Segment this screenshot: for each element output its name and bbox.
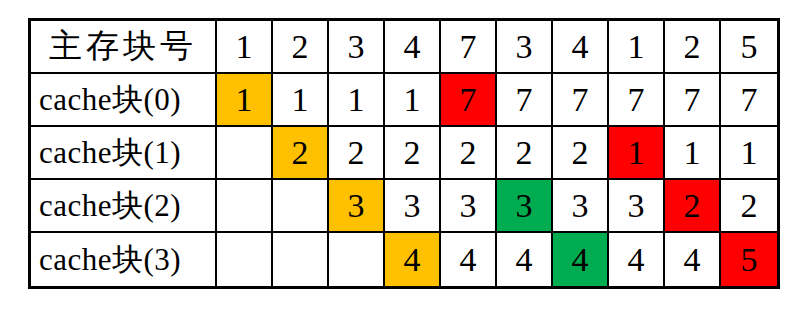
cell-r1c2: 2 bbox=[329, 127, 385, 180]
header-label: 主存块号 bbox=[31, 21, 217, 74]
cell-r0c9: 7 bbox=[721, 74, 777, 127]
row-label-cache-2: cache块(2) bbox=[31, 180, 217, 233]
cell-r3c9: 5 bbox=[721, 233, 777, 286]
cell-r2c1 bbox=[273, 180, 329, 233]
cell-r0c0: 1 bbox=[217, 74, 273, 127]
cell-r2c7: 3 bbox=[609, 180, 665, 233]
cell-r1c3: 2 bbox=[385, 127, 441, 180]
cell-r0c7: 7 bbox=[609, 74, 665, 127]
cell-r0c4: 7 bbox=[441, 74, 497, 127]
cell-r1c6: 2 bbox=[553, 127, 609, 180]
cell-r2c8: 2 bbox=[665, 180, 721, 233]
cell-r2c2: 3 bbox=[329, 180, 385, 233]
cell-r0c3: 1 bbox=[385, 74, 441, 127]
cell-r2c6: 3 bbox=[553, 180, 609, 233]
cell-r2c4: 3 bbox=[441, 180, 497, 233]
cell-r2c9: 2 bbox=[721, 180, 777, 233]
header-cell-8: 1 bbox=[609, 21, 665, 74]
cell-r3c6: 4 bbox=[553, 233, 609, 286]
cell-r3c7: 4 bbox=[609, 233, 665, 286]
header-cell-9: 2 bbox=[665, 21, 721, 74]
header-cell-3: 3 bbox=[329, 21, 385, 74]
cell-r3c3: 4 bbox=[385, 233, 441, 286]
cell-r1c7: 1 bbox=[609, 127, 665, 180]
cell-r1c9: 1 bbox=[721, 127, 777, 180]
header-cell-2: 2 bbox=[273, 21, 329, 74]
header-cell-1: 1 bbox=[217, 21, 273, 74]
header-cell-7: 4 bbox=[553, 21, 609, 74]
cache-table: 主存块号1234734125cache块(0)1111777777cache块(… bbox=[28, 18, 780, 289]
cell-r1c4: 2 bbox=[441, 127, 497, 180]
header-cell-6: 3 bbox=[497, 21, 553, 74]
cell-r3c4: 4 bbox=[441, 233, 497, 286]
row-label-cache-3: cache块(3) bbox=[31, 233, 217, 286]
cell-r3c8: 4 bbox=[665, 233, 721, 286]
row-label-cache-0: cache块(0) bbox=[31, 74, 217, 127]
cell-r1c0 bbox=[217, 127, 273, 180]
cell-r1c5: 2 bbox=[497, 127, 553, 180]
cache-mapping-diagram: 主存块号1234734125cache块(0)1111777777cache块(… bbox=[0, 0, 800, 316]
cell-r2c5: 3 bbox=[497, 180, 553, 233]
header-cell-4: 4 bbox=[385, 21, 441, 74]
cell-r0c5: 7 bbox=[497, 74, 553, 127]
cell-r1c8: 1 bbox=[665, 127, 721, 180]
cell-r3c1 bbox=[273, 233, 329, 286]
cell-r1c1: 2 bbox=[273, 127, 329, 180]
cell-r3c5: 4 bbox=[497, 233, 553, 286]
cell-r3c2 bbox=[329, 233, 385, 286]
cell-r0c6: 7 bbox=[553, 74, 609, 127]
cell-r2c3: 3 bbox=[385, 180, 441, 233]
cell-r2c0 bbox=[217, 180, 273, 233]
cell-r0c8: 7 bbox=[665, 74, 721, 127]
header-cell-5: 7 bbox=[441, 21, 497, 74]
row-label-cache-1: cache块(1) bbox=[31, 127, 217, 180]
header-cell-10: 5 bbox=[721, 21, 777, 74]
cell-r0c2: 1 bbox=[329, 74, 385, 127]
cell-r3c0 bbox=[217, 233, 273, 286]
cell-r0c1: 1 bbox=[273, 74, 329, 127]
